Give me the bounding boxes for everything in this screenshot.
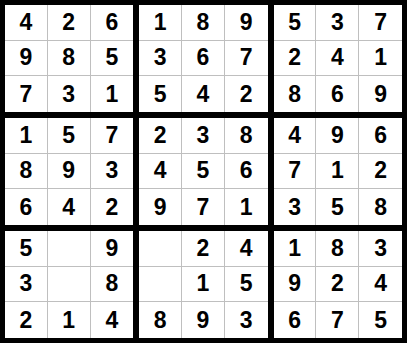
cell-r6c9: 8 [359, 189, 402, 225]
cell-r6c4: 9 [139, 189, 182, 225]
box-9: 183924675 [271, 228, 405, 341]
cell-r6c8: 5 [316, 189, 359, 225]
cell-r1c3: 6 [91, 5, 134, 41]
cell-r9c6: 3 [225, 302, 268, 338]
cell-r2c9: 1 [359, 41, 402, 77]
cell-r8c1: 3 [5, 267, 48, 303]
cell-r5c5: 5 [182, 154, 225, 190]
cell-r8c6: 5 [225, 267, 268, 303]
cell-r6c1: 6 [5, 189, 48, 225]
cell-r5c4: 4 [139, 154, 182, 190]
cell-r3c3: 1 [91, 76, 134, 112]
cell-r5c8: 1 [316, 154, 359, 190]
cell-r8c7: 9 [274, 267, 317, 303]
cell-r3c5: 4 [182, 76, 225, 112]
cell-r6c3: 2 [91, 189, 134, 225]
box-7: 5938214 [2, 228, 136, 341]
cell-r2c5: 6 [182, 41, 225, 77]
cell-r2c3: 5 [91, 41, 134, 77]
cell-r6c6: 1 [225, 189, 268, 225]
cell-r9c8: 7 [316, 302, 359, 338]
box-1: 426985731 [2, 2, 136, 115]
cell-r3c1: 7 [5, 76, 48, 112]
cell-r7c3: 9 [91, 231, 134, 267]
cell-r2c6: 7 [225, 41, 268, 77]
cell-r5c3: 3 [91, 154, 134, 190]
cell-r4c5: 3 [182, 118, 225, 154]
cell-r6c7: 3 [274, 189, 317, 225]
cell-r7c1: 5 [5, 231, 48, 267]
cell-r8c2[interactable] [48, 267, 91, 303]
cell-r9c7: 6 [274, 302, 317, 338]
cell-r8c8: 2 [316, 267, 359, 303]
cell-r1c7: 5 [274, 5, 317, 41]
cell-r9c1: 2 [5, 302, 48, 338]
cell-r4c4: 2 [139, 118, 182, 154]
cell-r4c9: 6 [359, 118, 402, 154]
cell-r2c4: 3 [139, 41, 182, 77]
cell-r7c4[interactable] [139, 231, 182, 267]
cell-r7c9: 3 [359, 231, 402, 267]
cell-r7c5: 2 [182, 231, 225, 267]
cell-r4c7: 4 [274, 118, 317, 154]
cell-r9c2: 1 [48, 302, 91, 338]
cell-r8c3: 8 [91, 267, 134, 303]
cell-r7c8: 8 [316, 231, 359, 267]
cell-r7c6: 4 [225, 231, 268, 267]
box-8: 2415893 [136, 228, 270, 341]
cell-r8c5: 1 [182, 267, 225, 303]
cell-r1c4: 1 [139, 5, 182, 41]
cell-r7c7: 1 [274, 231, 317, 267]
cell-r5c7: 7 [274, 154, 317, 190]
cell-r9c4: 8 [139, 302, 182, 338]
cell-r9c5: 9 [182, 302, 225, 338]
cell-r1c6: 9 [225, 5, 268, 41]
cell-r7c2[interactable] [48, 231, 91, 267]
cell-r3c6: 2 [225, 76, 268, 112]
cell-r4c2: 5 [48, 118, 91, 154]
cell-r8c4[interactable] [139, 267, 182, 303]
cell-r2c1: 9 [5, 41, 48, 77]
cell-r1c9: 7 [359, 5, 402, 41]
cell-r3c8: 6 [316, 76, 359, 112]
cell-r4c3: 7 [91, 118, 134, 154]
cell-r3c4: 5 [139, 76, 182, 112]
cell-r9c9: 5 [359, 302, 402, 338]
cell-r8c9: 4 [359, 267, 402, 303]
cell-r4c1: 1 [5, 118, 48, 154]
box-2: 189367542 [136, 2, 270, 115]
box-5: 238456971 [136, 115, 270, 228]
cell-r4c6: 8 [225, 118, 268, 154]
cell-r3c7: 8 [274, 76, 317, 112]
cell-r5c6: 6 [225, 154, 268, 190]
cell-r2c8: 4 [316, 41, 359, 77]
cell-r1c1: 4 [5, 5, 48, 41]
cell-r2c7: 2 [274, 41, 317, 77]
cell-r5c9: 2 [359, 154, 402, 190]
cell-r6c2: 4 [48, 189, 91, 225]
box-6: 496712358 [271, 115, 405, 228]
cell-r1c5: 8 [182, 5, 225, 41]
cell-r3c2: 3 [48, 76, 91, 112]
cell-r5c1: 8 [5, 154, 48, 190]
cell-r9c3: 4 [91, 302, 134, 338]
cell-r2c2: 8 [48, 41, 91, 77]
box-4: 157893642 [2, 115, 136, 228]
cell-r4c8: 9 [316, 118, 359, 154]
cell-r5c2: 9 [48, 154, 91, 190]
cell-r6c5: 7 [182, 189, 225, 225]
cell-r1c8: 3 [316, 5, 359, 41]
cell-r3c9: 9 [359, 76, 402, 112]
sudoku-board: 4269857311893675425372418691578936422384… [0, 0, 407, 343]
box-3: 537241869 [271, 2, 405, 115]
cell-r1c2: 2 [48, 5, 91, 41]
